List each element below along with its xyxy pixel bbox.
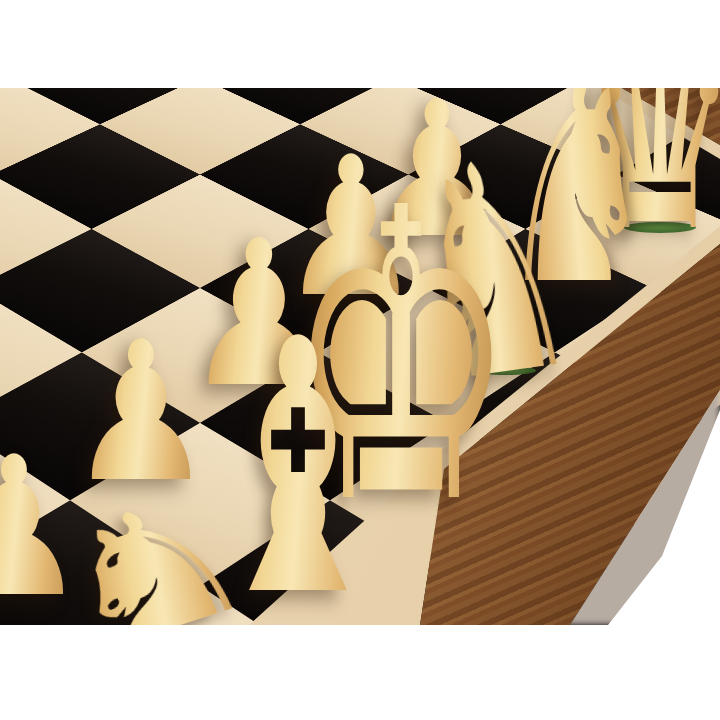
white-background-bottom xyxy=(0,625,720,720)
product-photo: ♛♟♞♟♞♟♟♚♝♟♞ xyxy=(0,0,720,720)
board-photo: ♛♟♞♟♞♟♟♚♝♟♞ xyxy=(0,88,720,625)
white-background-top xyxy=(0,0,720,88)
